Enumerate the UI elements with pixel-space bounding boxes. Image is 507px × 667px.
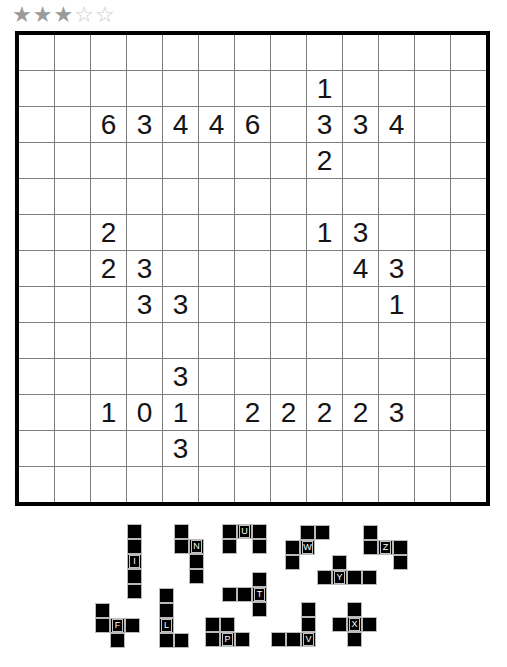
board-cell-r6c4[interactable] (127, 215, 162, 250)
clue-cell-r8c5: 3 (163, 287, 198, 322)
clue-cell-r8c11: 1 (379, 287, 414, 322)
board-cell-r2c5[interactable] (163, 71, 198, 106)
board-cell-r12c7[interactable] (235, 431, 270, 466)
pentomino-letter: P (222, 633, 233, 646)
board-cell-r9c8[interactable] (271, 323, 306, 358)
board-cell-r13c13[interactable] (451, 467, 486, 502)
board-cell-r1c2[interactable] (55, 35, 90, 70)
pentomino-cell (206, 633, 219, 646)
board-cell-r8c2[interactable] (55, 287, 90, 322)
board-cell-r9c12[interactable] (415, 323, 450, 358)
board-cell-r13c5[interactable] (163, 467, 198, 502)
pentomino-cell (221, 618, 234, 631)
pentomino-Y-label-cell: Y (333, 571, 346, 584)
clue-cell-r3c7: 6 (235, 107, 270, 142)
pentomino-cell (236, 633, 249, 646)
board-cell-r10c2[interactable] (55, 359, 90, 394)
difficulty-stars: ★★★☆☆ (12, 2, 116, 28)
board-cell-r13c3[interactable] (91, 467, 126, 502)
board-cell-r9c10[interactable] (343, 323, 378, 358)
board-cell-r7c8[interactable] (271, 251, 306, 286)
pentomino-letter: W (302, 541, 313, 554)
pentomino-cell (348, 571, 361, 584)
board-cell-r12c12[interactable] (415, 431, 450, 466)
clue-cell-r7c3: 2 (91, 251, 126, 286)
board-cell-r12c10[interactable] (343, 431, 378, 466)
board-cell-r9c1[interactable] (19, 323, 54, 358)
board-cell-r3c1[interactable] (19, 107, 54, 142)
pentomino-cell (302, 603, 315, 616)
pentomino-cell (253, 525, 266, 538)
pentomino-letter: F (112, 619, 123, 632)
board-cell-r10c4[interactable] (127, 359, 162, 394)
pentomino-cell (364, 541, 377, 554)
pentomino-I-label-cell: I (128, 555, 141, 568)
board-cell-r3c12[interactable] (415, 107, 450, 142)
board-cell-r10c10[interactable] (343, 359, 378, 394)
clue-cell-r7c10: 4 (343, 251, 378, 286)
pentomino-cell (272, 633, 285, 646)
pentomino-letter: I (129, 555, 140, 568)
pentomino-T-label-cell: T (253, 588, 266, 601)
board-cell-r2c12[interactable] (415, 71, 450, 106)
pentomino-cell (348, 603, 361, 616)
pentomino-cell (363, 571, 376, 584)
board-cell-r10c6[interactable] (199, 359, 234, 394)
pentomino-cell (253, 603, 266, 616)
board-cell-r6c11[interactable] (379, 215, 414, 250)
board-cell-r2c7[interactable] (235, 71, 270, 106)
pentomino-cell (394, 556, 407, 569)
board-cell-r1c13[interactable] (451, 35, 486, 70)
board-cell-r4c10[interactable] (343, 143, 378, 178)
board-cell-r13c2[interactable] (55, 467, 90, 502)
board-cell-r10c9[interactable] (307, 359, 342, 394)
board-cell-r12c2[interactable] (55, 431, 90, 466)
board-cell-r2c2[interactable] (55, 71, 90, 106)
board-cell-r4c6[interactable] (199, 143, 234, 178)
clue-cell-r3c6: 4 (199, 107, 234, 142)
pentomino-cell (128, 570, 141, 583)
board-cell-r1c6[interactable] (199, 35, 234, 70)
pentomino-L-label-cell: L (160, 619, 173, 632)
board-cell-r13c12[interactable] (415, 467, 450, 502)
pentomino-cell (286, 556, 299, 569)
board-cell-r13c7[interactable] (235, 467, 270, 502)
board-cell-r9c4[interactable] (127, 323, 162, 358)
pentomino-letter: L (161, 619, 172, 632)
board-cell-r4c11[interactable] (379, 143, 414, 178)
pentomino-cell (96, 604, 109, 617)
board-cell-r1c12[interactable] (415, 35, 450, 70)
board-cell-r5c3[interactable] (91, 179, 126, 214)
clue-cell-r6c9: 1 (307, 215, 342, 250)
board-cell-r10c7[interactable] (235, 359, 270, 394)
board-cell-r9c5[interactable] (163, 323, 198, 358)
board-cell-r6c8[interactable] (271, 215, 306, 250)
board-cell-r12c9[interactable] (307, 431, 342, 466)
board-cell-r12c13[interactable] (451, 431, 486, 466)
clue-cell-r4c9: 2 (307, 143, 342, 178)
board-cell-r8c3[interactable] (91, 287, 126, 322)
pentomino-cell (128, 525, 141, 538)
pentomino-cell (287, 633, 300, 646)
board-cell-r1c8[interactable] (271, 35, 306, 70)
board-cell-r8c10[interactable] (343, 287, 378, 322)
pentomino-cell (160, 604, 173, 617)
board-cell-r6c12[interactable] (415, 215, 450, 250)
clue-cell-r11c7: 2 (235, 395, 270, 430)
board-cell-r11c1[interactable] (19, 395, 54, 430)
board-cell-r6c5[interactable] (163, 215, 198, 250)
pentomino-cell (96, 619, 109, 632)
pentomino-cell (175, 525, 188, 538)
clue-cell-r10c5: 3 (163, 359, 198, 394)
board-cell-r8c8[interactable] (271, 287, 306, 322)
board-cell-r4c8[interactable] (271, 143, 306, 178)
pentomino-letter: X (349, 618, 360, 631)
pentomino-cell (364, 526, 377, 539)
board-cell-r8c9[interactable] (307, 287, 342, 322)
board-cell-r12c11[interactable] (379, 431, 414, 466)
pentomino-U-label-cell: U (238, 525, 251, 538)
pentomino-letter: Z (380, 541, 391, 554)
board-cell-r2c4[interactable] (127, 71, 162, 106)
clue-cell-r8c4: 3 (127, 287, 162, 322)
pentomino-cell (126, 619, 139, 632)
board-cell-r1c11[interactable] (379, 35, 414, 70)
board-cell-r9c13[interactable] (451, 323, 486, 358)
board-cell-r4c4[interactable] (127, 143, 162, 178)
board-cell-r5c13[interactable] (451, 179, 486, 214)
pentomino-cell (206, 618, 219, 631)
board-cell-r8c12[interactable] (415, 287, 450, 322)
board-cell-r1c3[interactable] (91, 35, 126, 70)
clue-cell-r3c11: 4 (379, 107, 414, 142)
clue-cell-r7c11: 3 (379, 251, 414, 286)
board-cell-r4c5[interactable] (163, 143, 198, 178)
board-cell-r7c7[interactable] (235, 251, 270, 286)
board-cell-r8c1[interactable] (19, 287, 54, 322)
pentomino-letter: N (191, 540, 202, 553)
pentomino-letter: Y (334, 571, 345, 584)
pentomino-cell (318, 571, 331, 584)
board-cell-r2c8[interactable] (271, 71, 306, 106)
pentomino-cell (394, 541, 407, 554)
board-cell-r5c11[interactable] (379, 179, 414, 214)
board-cell-r11c12[interactable] (415, 395, 450, 430)
board-cell-r12c3[interactable] (91, 431, 126, 466)
board-cell-r7c12[interactable] (415, 251, 450, 286)
board-cell-r10c3[interactable] (91, 359, 126, 394)
pentomino-cell (223, 588, 236, 601)
board-cell-r6c2[interactable] (55, 215, 90, 250)
pentomino-Z-label-cell: Z (379, 541, 392, 554)
board-cell-r5c10[interactable] (343, 179, 378, 214)
board-cell-r10c11[interactable] (379, 359, 414, 394)
board-cell-r7c5[interactable] (163, 251, 198, 286)
board-cell-r4c2[interactable] (55, 143, 90, 178)
board-cell-r13c1[interactable] (19, 467, 54, 502)
clue-cell-r3c3: 6 (91, 107, 126, 142)
board-cell-r2c10[interactable] (343, 71, 378, 106)
board-cell-r9c2[interactable] (55, 323, 90, 358)
clue-cell-r11c8: 2 (271, 395, 306, 430)
clue-cell-r3c10: 3 (343, 107, 378, 142)
pentomino-cell (175, 634, 188, 647)
clue-cell-r3c4: 3 (127, 107, 162, 142)
board-cell-r7c2[interactable] (55, 251, 90, 286)
pentomino-cell (223, 525, 236, 538)
pentomino-W-label-cell: W (301, 541, 314, 554)
clue-cell-r3c9: 3 (307, 107, 342, 142)
board-cell-r6c13[interactable] (451, 215, 486, 250)
board-cell-r10c8[interactable] (271, 359, 306, 394)
pentomino-cell (128, 585, 141, 598)
board-cell-r12c1[interactable] (19, 431, 54, 466)
clue-cell-r6c3: 2 (91, 215, 126, 250)
board-cell-r13c10[interactable] (343, 467, 378, 502)
pentomino-cell (238, 588, 251, 601)
pentomino-cell (253, 540, 266, 553)
clue-cell-r12c5: 3 (163, 431, 198, 466)
clue-cell-r3c5: 4 (163, 107, 198, 142)
board-cell-r4c1[interactable] (19, 143, 54, 178)
pentomino-letter: U (239, 525, 250, 538)
board-cell-r13c9[interactable] (307, 467, 342, 502)
clue-cell-r2c9: 1 (307, 71, 342, 106)
board-cell-r10c13[interactable] (451, 359, 486, 394)
board-cell-r2c13[interactable] (451, 71, 486, 106)
pentomino-N-label-cell: N (190, 540, 203, 553)
board-cell-r5c8[interactable] (271, 179, 306, 214)
clue-cell-r6c10: 3 (343, 215, 378, 250)
pentomino-cell (160, 634, 173, 647)
pentomino-cell (223, 540, 236, 553)
clue-cell-r11c10: 2 (343, 395, 378, 430)
board-cell-r5c2[interactable] (55, 179, 90, 214)
pentomino-cell (111, 634, 124, 647)
board-cell-r1c9[interactable] (307, 35, 342, 70)
board-cell-r7c13[interactable] (451, 251, 486, 286)
board-cell-r2c11[interactable] (379, 71, 414, 106)
pentomino-V-label-cell: V (302, 633, 315, 646)
board-cell-r5c12[interactable] (415, 179, 450, 214)
board-cell-r3c8[interactable] (271, 107, 306, 142)
board-cell-r1c1[interactable] (19, 35, 54, 70)
board-cell-r6c6[interactable] (199, 215, 234, 250)
board-cell-r5c5[interactable] (163, 179, 198, 214)
pentomino-cell (302, 618, 315, 631)
board-cell-r10c1[interactable] (19, 359, 54, 394)
pentomino-cell (253, 573, 266, 586)
pentomino-letter: V (303, 633, 314, 646)
pentomino-cell (333, 618, 346, 631)
pentomino-cell (363, 618, 376, 631)
board-cell-r10c12[interactable] (415, 359, 450, 394)
puzzle-board: 163446334221323433313101222233 (15, 31, 490, 506)
board-cell-r1c4[interactable] (127, 35, 162, 70)
board-cell-r11c2[interactable] (55, 395, 90, 430)
board-cell-r6c7[interactable] (235, 215, 270, 250)
board-cell-r3c13[interactable] (451, 107, 486, 142)
clue-cell-r11c11: 3 (379, 395, 414, 430)
board-cell-r4c7[interactable] (235, 143, 270, 178)
board-cell-r5c1[interactable] (19, 179, 54, 214)
pentomino-letter: T (254, 588, 265, 601)
pentomino-cell (175, 540, 188, 553)
board-cell-r7c6[interactable] (199, 251, 234, 286)
board-cell-r4c13[interactable] (451, 143, 486, 178)
board-cell-r11c13[interactable] (451, 395, 486, 430)
clue-cell-r11c3: 1 (91, 395, 126, 430)
board-cell-r8c6[interactable] (199, 287, 234, 322)
board-cell-r6c1[interactable] (19, 215, 54, 250)
board-cell-r13c8[interactable] (271, 467, 306, 502)
pentomino-F-label-cell: F (111, 619, 124, 632)
pentomino-X-label-cell: X (348, 618, 361, 631)
star-empty-group: ☆☆ (74, 2, 115, 27)
board-cell-r4c12[interactable] (415, 143, 450, 178)
board-cell-r13c4[interactable] (127, 467, 162, 502)
pentomino-cell (286, 541, 299, 554)
board-cell-r5c9[interactable] (307, 179, 342, 214)
board-cell-r13c11[interactable] (379, 467, 414, 502)
board-cell-r2c6[interactable] (199, 71, 234, 106)
board-cell-r4c3[interactable] (91, 143, 126, 178)
board-cell-r9c9[interactable] (307, 323, 342, 358)
pentomino-P-label-cell: P (221, 633, 234, 646)
board-cell-r9c3[interactable] (91, 323, 126, 358)
clue-cell-r11c4: 0 (127, 395, 162, 430)
board-cell-r1c10[interactable] (343, 35, 378, 70)
board-cell-r9c6[interactable] (199, 323, 234, 358)
board-cell-r7c1[interactable] (19, 251, 54, 286)
clue-cell-r7c4: 3 (127, 251, 162, 286)
pentomino-cell (333, 556, 346, 569)
board-cell-r2c3[interactable] (91, 71, 126, 106)
pentomino-cell (190, 570, 203, 583)
star-filled-group: ★★★ (12, 2, 74, 27)
pentomino-cell (190, 555, 203, 568)
board-cell-r1c7[interactable] (235, 35, 270, 70)
pentomino-cell (316, 526, 329, 539)
pentomino-cell (301, 526, 314, 539)
board-cell-r5c6[interactable] (199, 179, 234, 214)
board-cell-r12c8[interactable] (271, 431, 306, 466)
board-cell-r8c7[interactable] (235, 287, 270, 322)
clue-cell-r11c5: 1 (163, 395, 198, 430)
board-cell-r12c4[interactable] (127, 431, 162, 466)
board-cell-r11c6[interactable] (199, 395, 234, 430)
pentomino-cell (348, 633, 361, 646)
pentomino-cell (160, 589, 173, 602)
board-cell-r12c6[interactable] (199, 431, 234, 466)
board-cell-r1c5[interactable] (163, 35, 198, 70)
board-cell-r5c4[interactable] (127, 179, 162, 214)
board-cell-r2c1[interactable] (19, 71, 54, 106)
pentomino-cell (128, 540, 141, 553)
clue-cell-r11c9: 2 (307, 395, 342, 430)
board-cell-r9c7[interactable] (235, 323, 270, 358)
board-cell-r7c9[interactable] (307, 251, 342, 286)
board-cell-r13c6[interactable] (199, 467, 234, 502)
board-cell-r3c2[interactable] (55, 107, 90, 142)
board-cell-r9c11[interactable] (379, 323, 414, 358)
board-cell-r5c7[interactable] (235, 179, 270, 214)
board-cell-r8c13[interactable] (451, 287, 486, 322)
